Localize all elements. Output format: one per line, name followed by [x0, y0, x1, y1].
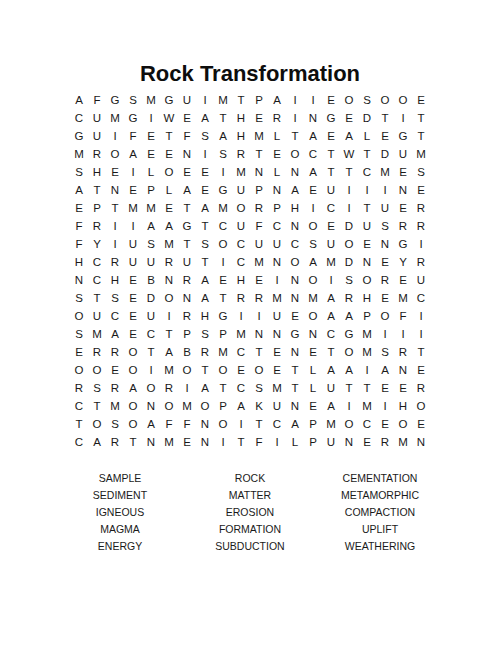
- grid-cell[interactable]: O: [304, 217, 322, 235]
- grid-cell[interactable]: U: [322, 181, 340, 199]
- grid-cell[interactable]: U: [178, 91, 196, 109]
- grid-cell[interactable]: I: [232, 415, 250, 433]
- grid-cell[interactable]: N: [340, 433, 358, 451]
- grid-cell[interactable]: A: [160, 343, 178, 361]
- grid-cell[interactable]: U: [232, 181, 250, 199]
- grid-cell[interactable]: R: [160, 253, 178, 271]
- grid-cell[interactable]: A: [196, 379, 214, 397]
- grid-cell[interactable]: U: [124, 235, 142, 253]
- grid-cell[interactable]: A: [304, 163, 322, 181]
- grid-cell[interactable]: L: [286, 433, 304, 451]
- grid-cell[interactable]: M: [232, 325, 250, 343]
- grid-cell[interactable]: N: [178, 289, 196, 307]
- grid-cell[interactable]: O: [214, 361, 232, 379]
- grid-cell[interactable]: T: [250, 145, 268, 163]
- grid-cell[interactable]: U: [142, 253, 160, 271]
- grid-cell[interactable]: I: [376, 181, 394, 199]
- grid-cell[interactable]: P: [358, 307, 376, 325]
- grid-cell[interactable]: S: [412, 163, 430, 181]
- grid-cell[interactable]: T: [124, 433, 142, 451]
- grid-cell[interactable]: I: [142, 361, 160, 379]
- grid-cell[interactable]: G: [286, 325, 304, 343]
- grid-cell[interactable]: Y: [88, 235, 106, 253]
- grid-cell[interactable]: R: [250, 289, 268, 307]
- grid-cell[interactable]: L: [142, 163, 160, 181]
- grid-cell[interactable]: O: [286, 145, 304, 163]
- grid-cell[interactable]: P: [304, 433, 322, 451]
- grid-cell[interactable]: U: [88, 109, 106, 127]
- grid-cell[interactable]: E: [412, 91, 430, 109]
- grid-cell[interactable]: C: [232, 235, 250, 253]
- grid-cell[interactable]: N: [196, 415, 214, 433]
- grid-cell[interactable]: S: [142, 235, 160, 253]
- grid-cell[interactable]: N: [286, 217, 304, 235]
- grid-cell[interactable]: G: [394, 235, 412, 253]
- grid-cell[interactable]: E: [178, 109, 196, 127]
- grid-cell[interactable]: R: [250, 199, 268, 217]
- grid-cell[interactable]: U: [124, 253, 142, 271]
- grid-cell[interactable]: T: [88, 289, 106, 307]
- grid-cell[interactable]: L: [358, 127, 376, 145]
- grid-cell[interactable]: I: [376, 325, 394, 343]
- grid-cell[interactable]: O: [70, 361, 88, 379]
- grid-cell[interactable]: F: [124, 127, 142, 145]
- grid-cell[interactable]: M: [358, 397, 376, 415]
- grid-cell[interactable]: E: [394, 199, 412, 217]
- grid-cell[interactable]: F: [178, 127, 196, 145]
- grid-cell[interactable]: O: [286, 253, 304, 271]
- grid-cell[interactable]: O: [124, 397, 142, 415]
- grid-cell[interactable]: S: [340, 271, 358, 289]
- grid-cell[interactable]: T: [160, 325, 178, 343]
- grid-cell[interactable]: I: [412, 325, 430, 343]
- grid-cell[interactable]: A: [124, 145, 142, 163]
- grid-cell[interactable]: N: [286, 289, 304, 307]
- grid-cell[interactable]: T: [286, 127, 304, 145]
- grid-cell[interactable]: E: [376, 289, 394, 307]
- grid-cell[interactable]: I: [250, 307, 268, 325]
- grid-cell[interactable]: N: [70, 271, 88, 289]
- grid-cell[interactable]: N: [286, 271, 304, 289]
- grid-cell[interactable]: H: [394, 397, 412, 415]
- grid-cell[interactable]: T: [340, 379, 358, 397]
- grid-cell[interactable]: A: [232, 397, 250, 415]
- grid-cell[interactable]: E: [142, 127, 160, 145]
- grid-cell[interactable]: O: [232, 199, 250, 217]
- grid-cell[interactable]: O: [142, 379, 160, 397]
- grid-cell[interactable]: E: [160, 145, 178, 163]
- grid-cell[interactable]: S: [250, 379, 268, 397]
- grid-cell[interactable]: I: [178, 379, 196, 397]
- grid-cell[interactable]: A: [286, 415, 304, 433]
- grid-cell[interactable]: R: [196, 343, 214, 361]
- grid-cell[interactable]: L: [268, 127, 286, 145]
- grid-cell[interactable]: A: [304, 253, 322, 271]
- grid-cell[interactable]: E: [106, 361, 124, 379]
- grid-cell[interactable]: T: [358, 199, 376, 217]
- grid-cell[interactable]: S: [124, 91, 142, 109]
- grid-cell[interactable]: N: [250, 163, 268, 181]
- grid-cell[interactable]: T: [178, 235, 196, 253]
- grid-cell[interactable]: U: [178, 253, 196, 271]
- grid-cell[interactable]: T: [178, 199, 196, 217]
- grid-cell[interactable]: E: [358, 235, 376, 253]
- grid-cell[interactable]: M: [376, 163, 394, 181]
- grid-cell[interactable]: S: [88, 379, 106, 397]
- grid-cell[interactable]: E: [178, 433, 196, 451]
- grid-cell[interactable]: O: [340, 91, 358, 109]
- grid-cell[interactable]: I: [214, 163, 232, 181]
- grid-cell[interactable]: M: [88, 325, 106, 343]
- grid-cell[interactable]: I: [196, 145, 214, 163]
- grid-cell[interactable]: E: [160, 199, 178, 217]
- grid-cell[interactable]: S: [376, 343, 394, 361]
- grid-cell[interactable]: O: [376, 307, 394, 325]
- grid-cell[interactable]: D: [376, 145, 394, 163]
- grid-cell[interactable]: H: [232, 109, 250, 127]
- grid-cell[interactable]: O: [340, 415, 358, 433]
- grid-cell[interactable]: C: [232, 253, 250, 271]
- grid-cell[interactable]: C: [412, 289, 430, 307]
- grid-cell[interactable]: O: [124, 415, 142, 433]
- grid-cell[interactable]: O: [106, 145, 124, 163]
- grid-cell[interactable]: T: [232, 433, 250, 451]
- grid-cell[interactable]: M: [358, 325, 376, 343]
- grid-cell[interactable]: L: [304, 379, 322, 397]
- grid-cell[interactable]: N: [376, 235, 394, 253]
- grid-cell[interactable]: A: [268, 91, 286, 109]
- grid-cell[interactable]: L: [160, 181, 178, 199]
- grid-cell[interactable]: C: [358, 415, 376, 433]
- grid-cell[interactable]: E: [196, 163, 214, 181]
- grid-cell[interactable]: S: [358, 91, 376, 109]
- grid-cell[interactable]: D: [358, 109, 376, 127]
- grid-cell[interactable]: O: [196, 397, 214, 415]
- grid-cell[interactable]: O: [412, 397, 430, 415]
- grid-cell[interactable]: M: [322, 253, 340, 271]
- grid-cell[interactable]: E: [268, 145, 286, 163]
- grid-cell[interactable]: D: [142, 289, 160, 307]
- grid-cell[interactable]: E: [268, 343, 286, 361]
- grid-cell[interactable]: T: [358, 145, 376, 163]
- grid-cell[interactable]: M: [250, 127, 268, 145]
- grid-cell[interactable]: I: [340, 397, 358, 415]
- grid-cell[interactable]: I: [286, 109, 304, 127]
- grid-cell[interactable]: G: [124, 109, 142, 127]
- grid-cell[interactable]: T: [322, 343, 340, 361]
- grid-cell[interactable]: R: [70, 379, 88, 397]
- grid-cell[interactable]: O: [358, 271, 376, 289]
- grid-cell[interactable]: M: [106, 397, 124, 415]
- grid-cell[interactable]: P: [214, 397, 232, 415]
- grid-cell[interactable]: A: [322, 361, 340, 379]
- grid-cell[interactable]: I: [124, 217, 142, 235]
- grid-cell[interactable]: A: [340, 361, 358, 379]
- grid-cell[interactable]: O: [340, 343, 358, 361]
- grid-cell[interactable]: O: [160, 163, 178, 181]
- grid-cell[interactable]: N: [142, 397, 160, 415]
- grid-cell[interactable]: M: [142, 91, 160, 109]
- grid-cell[interactable]: K: [250, 397, 268, 415]
- grid-cell[interactable]: T: [214, 379, 232, 397]
- grid-cell[interactable]: A: [376, 361, 394, 379]
- grid-cell[interactable]: E: [358, 433, 376, 451]
- grid-cell[interactable]: C: [142, 325, 160, 343]
- grid-cell[interactable]: U: [268, 235, 286, 253]
- grid-cell[interactable]: E: [70, 199, 88, 217]
- grid-cell[interactable]: I: [376, 397, 394, 415]
- grid-cell[interactable]: A: [142, 217, 160, 235]
- grid-cell[interactable]: H: [286, 199, 304, 217]
- grid-cell[interactable]: M: [160, 433, 178, 451]
- grid-cell[interactable]: I: [286, 91, 304, 109]
- grid-cell[interactable]: A: [322, 289, 340, 307]
- grid-cell[interactable]: E: [376, 127, 394, 145]
- grid-cell[interactable]: U: [322, 235, 340, 253]
- grid-cell[interactable]: F: [70, 217, 88, 235]
- grid-cell[interactable]: S: [70, 163, 88, 181]
- grid-cell[interactable]: E: [304, 397, 322, 415]
- grid-cell[interactable]: M: [70, 145, 88, 163]
- grid-cell[interactable]: F: [70, 235, 88, 253]
- grid-cell[interactable]: A: [340, 307, 358, 325]
- grid-cell[interactable]: R: [88, 217, 106, 235]
- grid-cell[interactable]: U: [142, 307, 160, 325]
- grid-cell[interactable]: U: [88, 307, 106, 325]
- grid-cell[interactable]: R: [88, 145, 106, 163]
- grid-cell[interactable]: E: [70, 343, 88, 361]
- grid-cell[interactable]: E: [196, 181, 214, 199]
- grid-cell[interactable]: E: [268, 361, 286, 379]
- grid-cell[interactable]: N: [394, 361, 412, 379]
- grid-cell[interactable]: E: [340, 109, 358, 127]
- grid-cell[interactable]: R: [268, 109, 286, 127]
- grid-cell[interactable]: T: [250, 343, 268, 361]
- grid-cell[interactable]: F: [394, 307, 412, 325]
- grid-cell[interactable]: T: [322, 163, 340, 181]
- grid-cell[interactable]: W: [160, 109, 178, 127]
- grid-cell[interactable]: G: [106, 91, 124, 109]
- grid-cell[interactable]: P: [88, 199, 106, 217]
- grid-cell[interactable]: U: [88, 127, 106, 145]
- grid-cell[interactable]: R: [412, 379, 430, 397]
- grid-cell[interactable]: R: [88, 343, 106, 361]
- grid-cell[interactable]: N: [412, 433, 430, 451]
- grid-cell[interactable]: O: [124, 343, 142, 361]
- grid-cell[interactable]: M: [412, 145, 430, 163]
- grid-cell[interactable]: W: [340, 145, 358, 163]
- grid-cell[interactable]: R: [106, 343, 124, 361]
- grid-cell[interactable]: O: [394, 415, 412, 433]
- grid-cell[interactable]: O: [376, 91, 394, 109]
- grid-cell[interactable]: S: [304, 235, 322, 253]
- grid-cell[interactable]: A: [196, 271, 214, 289]
- grid-cell[interactable]: T: [286, 379, 304, 397]
- grid-cell[interactable]: A: [70, 181, 88, 199]
- grid-cell[interactable]: E: [412, 361, 430, 379]
- grid-cell[interactable]: A: [160, 217, 178, 235]
- grid-cell[interactable]: I: [412, 235, 430, 253]
- grid-cell[interactable]: R: [376, 271, 394, 289]
- grid-cell[interactable]: E: [376, 415, 394, 433]
- grid-cell[interactable]: T: [142, 343, 160, 361]
- grid-cell[interactable]: M: [232, 163, 250, 181]
- grid-cell[interactable]: P: [178, 325, 196, 343]
- grid-cell[interactable]: O: [214, 235, 232, 253]
- grid-cell[interactable]: N: [286, 343, 304, 361]
- grid-cell[interactable]: U: [358, 217, 376, 235]
- grid-cell[interactable]: E: [232, 361, 250, 379]
- grid-cell[interactable]: P: [250, 181, 268, 199]
- grid-cell[interactable]: C: [322, 199, 340, 217]
- grid-cell[interactable]: M: [160, 361, 178, 379]
- grid-cell[interactable]: O: [304, 271, 322, 289]
- grid-cell[interactable]: O: [214, 415, 232, 433]
- grid-cell[interactable]: E: [124, 181, 142, 199]
- grid-cell[interactable]: E: [322, 127, 340, 145]
- grid-cell[interactable]: R: [376, 433, 394, 451]
- grid-cell[interactable]: A: [340, 127, 358, 145]
- grid-cell[interactable]: U: [268, 307, 286, 325]
- grid-cell[interactable]: F: [250, 433, 268, 451]
- grid-cell[interactable]: O: [304, 307, 322, 325]
- grid-cell[interactable]: C: [88, 271, 106, 289]
- grid-cell[interactable]: C: [268, 415, 286, 433]
- grid-cell[interactable]: T: [286, 361, 304, 379]
- grid-cell[interactable]: M: [250, 253, 268, 271]
- grid-cell[interactable]: N: [178, 145, 196, 163]
- grid-cell[interactable]: E: [250, 271, 268, 289]
- grid-cell[interactable]: I: [232, 307, 250, 325]
- grid-cell[interactable]: A: [88, 433, 106, 451]
- grid-cell[interactable]: S: [376, 217, 394, 235]
- grid-cell[interactable]: I: [106, 217, 124, 235]
- grid-cell[interactable]: S: [106, 289, 124, 307]
- grid-cell[interactable]: I: [160, 307, 178, 325]
- grid-cell[interactable]: N: [268, 181, 286, 199]
- grid-cell[interactable]: I: [358, 181, 376, 199]
- grid-cell[interactable]: N: [106, 181, 124, 199]
- grid-cell[interactable]: M: [358, 343, 376, 361]
- grid-cell[interactable]: N: [286, 163, 304, 181]
- grid-cell[interactable]: S: [196, 325, 214, 343]
- grid-cell[interactable]: I: [412, 307, 430, 325]
- grid-cell[interactable]: I: [214, 433, 232, 451]
- grid-cell[interactable]: T: [70, 415, 88, 433]
- grid-cell[interactable]: N: [250, 325, 268, 343]
- grid-cell[interactable]: P: [304, 415, 322, 433]
- grid-cell[interactable]: C: [304, 145, 322, 163]
- grid-cell[interactable]: I: [340, 181, 358, 199]
- grid-cell[interactable]: T: [250, 415, 268, 433]
- grid-cell[interactable]: R: [232, 289, 250, 307]
- grid-cell[interactable]: R: [106, 379, 124, 397]
- grid-cell[interactable]: U: [412, 271, 430, 289]
- grid-cell[interactable]: C: [268, 217, 286, 235]
- grid-cell[interactable]: P: [214, 325, 232, 343]
- grid-cell[interactable]: H: [106, 271, 124, 289]
- grid-cell[interactable]: T: [160, 127, 178, 145]
- grid-cell[interactable]: U: [232, 217, 250, 235]
- grid-cell[interactable]: R: [178, 307, 196, 325]
- grid-cell[interactable]: M: [304, 289, 322, 307]
- grid-cell[interactable]: E: [304, 343, 322, 361]
- grid-cell[interactable]: M: [268, 289, 286, 307]
- grid-cell[interactable]: C: [106, 307, 124, 325]
- grid-cell[interactable]: M: [322, 415, 340, 433]
- grid-cell[interactable]: E: [412, 181, 430, 199]
- grid-cell[interactable]: I: [268, 271, 286, 289]
- grid-cell[interactable]: I: [394, 109, 412, 127]
- grid-cell[interactable]: E: [412, 415, 430, 433]
- grid-cell[interactable]: I: [304, 91, 322, 109]
- grid-cell[interactable]: U: [394, 145, 412, 163]
- grid-cell[interactable]: A: [196, 289, 214, 307]
- grid-cell[interactable]: A: [70, 91, 88, 109]
- grid-cell[interactable]: A: [178, 181, 196, 199]
- grid-cell[interactable]: T: [322, 145, 340, 163]
- grid-cell[interactable]: F: [178, 415, 196, 433]
- grid-cell[interactable]: R: [232, 145, 250, 163]
- grid-cell[interactable]: A: [106, 325, 124, 343]
- grid-cell[interactable]: I: [106, 235, 124, 253]
- grid-cell[interactable]: M: [394, 433, 412, 451]
- grid-cell[interactable]: I: [196, 91, 214, 109]
- grid-cell[interactable]: M: [160, 235, 178, 253]
- grid-cell[interactable]: M: [214, 343, 232, 361]
- grid-cell[interactable]: L: [304, 361, 322, 379]
- grid-cell[interactable]: E: [394, 163, 412, 181]
- grid-cell[interactable]: T: [376, 109, 394, 127]
- grid-cell[interactable]: E: [124, 307, 142, 325]
- grid-cell[interactable]: H: [88, 163, 106, 181]
- grid-cell[interactable]: M: [268, 379, 286, 397]
- grid-cell[interactable]: E: [376, 379, 394, 397]
- grid-cell[interactable]: N: [268, 325, 286, 343]
- grid-cell[interactable]: I: [322, 271, 340, 289]
- grid-cell[interactable]: I: [304, 199, 322, 217]
- grid-cell[interactable]: E: [394, 271, 412, 289]
- grid-cell[interactable]: D: [340, 217, 358, 235]
- grid-cell[interactable]: M: [142, 199, 160, 217]
- grid-cell[interactable]: E: [124, 325, 142, 343]
- grid-cell[interactable]: E: [124, 271, 142, 289]
- grid-cell[interactable]: A: [142, 415, 160, 433]
- grid-cell[interactable]: F: [250, 217, 268, 235]
- grid-cell[interactable]: M: [106, 109, 124, 127]
- grid-cell[interactable]: A: [304, 127, 322, 145]
- grid-cell[interactable]: S: [70, 289, 88, 307]
- grid-cell[interactable]: N: [196, 433, 214, 451]
- grid-cell[interactable]: U: [322, 433, 340, 451]
- grid-cell[interactable]: I: [214, 253, 232, 271]
- grid-cell[interactable]: G: [394, 127, 412, 145]
- grid-cell[interactable]: O: [70, 307, 88, 325]
- grid-cell[interactable]: P: [268, 199, 286, 217]
- grid-cell[interactable]: A: [286, 181, 304, 199]
- grid-cell[interactable]: Y: [394, 253, 412, 271]
- grid-cell[interactable]: F: [88, 91, 106, 109]
- grid-cell[interactable]: H: [358, 289, 376, 307]
- grid-cell[interactable]: U: [322, 379, 340, 397]
- grid-cell[interactable]: G: [178, 217, 196, 235]
- grid-cell[interactable]: R: [106, 253, 124, 271]
- grid-cell[interactable]: C: [358, 163, 376, 181]
- grid-cell[interactable]: O: [340, 235, 358, 253]
- grid-cell[interactable]: M: [214, 199, 232, 217]
- grid-cell[interactable]: O: [394, 91, 412, 109]
- grid-cell[interactable]: T: [106, 199, 124, 217]
